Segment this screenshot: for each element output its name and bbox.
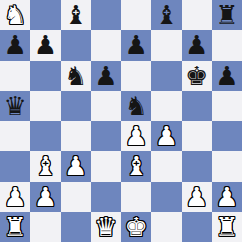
square-h3[interactable]	[212, 151, 242, 181]
square-d7[interactable]	[91, 30, 121, 60]
square-g1[interactable]	[182, 212, 212, 242]
piece-black-pawn[interactable]: ♟	[34, 30, 57, 60]
piece-black-knight[interactable]: ♞	[64, 61, 87, 91]
piece-white-rook[interactable]: ♜	[3, 212, 26, 242]
piece-white-bishop[interactable]: ♝	[124, 151, 147, 181]
square-h8[interactable]: ♜	[212, 0, 242, 30]
piece-black-king[interactable]: ♚	[185, 61, 208, 91]
square-d4[interactable]	[91, 121, 121, 151]
square-b7[interactable]: ♟	[30, 30, 60, 60]
piece-black-pawn[interactable]: ♟	[3, 30, 26, 60]
piece-white-king[interactable]: ♚	[124, 212, 147, 242]
square-d2[interactable]	[91, 182, 121, 212]
square-a5[interactable]: ♛	[0, 91, 30, 121]
piece-white-rook[interactable]: ♜	[215, 212, 238, 242]
piece-white-queen[interactable]: ♛	[94, 212, 117, 242]
square-b8[interactable]	[30, 0, 60, 30]
square-e2[interactable]	[121, 182, 151, 212]
square-h2[interactable]: ♟	[212, 182, 242, 212]
square-d3[interactable]	[91, 151, 121, 181]
square-f3[interactable]	[151, 151, 181, 181]
square-h5[interactable]	[212, 91, 242, 121]
square-h6[interactable]: ♟	[212, 61, 242, 91]
square-g8[interactable]	[182, 0, 212, 30]
square-d1[interactable]: ♛	[91, 212, 121, 242]
square-a4[interactable]	[0, 121, 30, 151]
square-b3[interactable]: ♝	[30, 151, 60, 181]
square-g5[interactable]	[182, 91, 212, 121]
square-c2[interactable]	[61, 182, 91, 212]
square-c5[interactable]	[61, 91, 91, 121]
square-h4[interactable]	[212, 121, 242, 151]
piece-black-pawn[interactable]: ♟	[185, 30, 208, 60]
square-g4[interactable]	[182, 121, 212, 151]
piece-black-rook[interactable]: ♜	[215, 0, 238, 30]
piece-white-pawn[interactable]: ♟	[34, 182, 57, 212]
square-g2[interactable]: ♟	[182, 182, 212, 212]
square-b6[interactable]	[30, 61, 60, 91]
piece-white-knight[interactable]: ♞	[3, 0, 26, 30]
square-d6[interactable]: ♟	[91, 61, 121, 91]
square-a2[interactable]: ♟	[0, 182, 30, 212]
square-c1[interactable]	[61, 212, 91, 242]
square-b2[interactable]: ♟	[30, 182, 60, 212]
piece-black-pawn[interactable]: ♟	[124, 30, 147, 60]
square-g6[interactable]: ♚	[182, 61, 212, 91]
square-c7[interactable]	[61, 30, 91, 60]
square-g7[interactable]: ♟	[182, 30, 212, 60]
square-c4[interactable]	[61, 121, 91, 151]
piece-black-bishop[interactable]: ♝	[155, 0, 178, 30]
piece-white-bishop[interactable]: ♝	[34, 151, 57, 181]
square-c3[interactable]: ♟	[61, 151, 91, 181]
square-f4[interactable]: ♟	[151, 121, 181, 151]
piece-white-pawn[interactable]: ♟	[64, 151, 87, 181]
square-h1[interactable]: ♜	[212, 212, 242, 242]
square-a3[interactable]	[0, 151, 30, 181]
square-b1[interactable]	[30, 212, 60, 242]
piece-black-knight[interactable]: ♞	[124, 91, 147, 121]
square-a6[interactable]	[0, 61, 30, 91]
square-a8[interactable]: ♞	[0, 0, 30, 30]
square-f2[interactable]	[151, 182, 181, 212]
piece-white-pawn[interactable]: ♟	[124, 121, 147, 151]
square-e5[interactable]: ♞	[121, 91, 151, 121]
piece-white-pawn[interactable]: ♟	[3, 182, 26, 212]
piece-white-pawn[interactable]: ♟	[155, 121, 178, 151]
square-f8[interactable]: ♝	[151, 0, 181, 30]
square-f7[interactable]	[151, 30, 181, 60]
piece-black-pawn[interactable]: ♟	[215, 61, 238, 91]
square-g3[interactable]	[182, 151, 212, 181]
square-e7[interactable]: ♟	[121, 30, 151, 60]
square-a7[interactable]: ♟	[0, 30, 30, 60]
square-d8[interactable]	[91, 0, 121, 30]
chess-board: ♞♝♝♜♟♟♟♟♞♟♚♟♛♞♟♟♝♟♝♟♟♟♟♜♛♚♜	[0, 0, 242, 242]
square-d5[interactable]	[91, 91, 121, 121]
square-b4[interactable]	[30, 121, 60, 151]
square-c8[interactable]: ♝	[61, 0, 91, 30]
square-f6[interactable]	[151, 61, 181, 91]
square-b5[interactable]	[30, 91, 60, 121]
square-f1[interactable]	[151, 212, 181, 242]
piece-black-bishop[interactable]: ♝	[64, 0, 87, 30]
piece-black-queen[interactable]: ♛	[3, 91, 26, 121]
piece-white-pawn[interactable]: ♟	[215, 182, 238, 212]
square-a1[interactable]: ♜	[0, 212, 30, 242]
square-e6[interactable]	[121, 61, 151, 91]
square-e3[interactable]: ♝	[121, 151, 151, 181]
square-f5[interactable]	[151, 91, 181, 121]
piece-white-pawn[interactable]: ♟	[185, 182, 208, 212]
square-e4[interactable]: ♟	[121, 121, 151, 151]
square-c6[interactable]: ♞	[61, 61, 91, 91]
piece-black-pawn[interactable]: ♟	[94, 61, 117, 91]
square-e8[interactable]	[121, 0, 151, 30]
square-h7[interactable]	[212, 30, 242, 60]
square-e1[interactable]: ♚	[121, 212, 151, 242]
